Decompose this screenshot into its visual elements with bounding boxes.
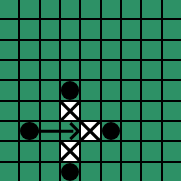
board-cell[interactable] (81, 122, 99, 140)
board-cell[interactable] (122, 41, 140, 59)
black-piece[interactable] (61, 163, 79, 181)
board-cell[interactable] (41, 102, 59, 120)
board-cell[interactable] (20, 0, 38, 18)
black-piece[interactable] (102, 122, 120, 140)
board-cell[interactable] (81, 81, 99, 99)
board-cell[interactable] (81, 142, 99, 160)
board-cell[interactable] (0, 41, 18, 59)
board-cell[interactable] (142, 61, 160, 79)
board-cell[interactable] (163, 142, 181, 160)
x-mark-icon (81, 122, 99, 140)
board-cell[interactable] (0, 102, 18, 120)
board-cell[interactable] (102, 122, 120, 140)
board-cell[interactable] (81, 41, 99, 59)
board-cell[interactable] (163, 20, 181, 38)
board-cell[interactable] (122, 163, 140, 181)
board-cell[interactable] (20, 102, 38, 120)
game-diagram (0, 0, 181, 181)
board-cell[interactable] (102, 61, 120, 79)
x-mark-icon (61, 102, 79, 120)
board-cell[interactable] (142, 41, 160, 59)
board-cell[interactable] (142, 102, 160, 120)
board-cell[interactable] (142, 163, 160, 181)
board-cell[interactable] (61, 61, 79, 79)
board-cell[interactable] (163, 163, 181, 181)
board-cell[interactable] (61, 102, 79, 120)
board-cell[interactable] (142, 0, 160, 18)
board-cell[interactable] (163, 41, 181, 59)
board-cell[interactable] (61, 0, 79, 18)
board-cell[interactable] (41, 163, 59, 181)
board-cell[interactable] (142, 142, 160, 160)
board-cell[interactable] (163, 102, 181, 120)
board-cell[interactable] (102, 81, 120, 99)
board-cell[interactable] (41, 20, 59, 38)
board-cell[interactable] (20, 163, 38, 181)
board-cell[interactable] (20, 122, 38, 140)
board-cell[interactable] (41, 122, 59, 140)
board-cell[interactable] (61, 81, 79, 99)
board-cell[interactable] (122, 81, 140, 99)
board-cell[interactable] (41, 61, 59, 79)
white-piece[interactable] (61, 102, 79, 120)
hasami-shogi-board (0, 0, 181, 181)
board-cell[interactable] (102, 20, 120, 38)
board-cell[interactable] (0, 0, 18, 18)
board-cell[interactable] (81, 0, 99, 18)
board-cell[interactable] (41, 41, 59, 59)
board-cell[interactable] (0, 61, 18, 79)
board-cell[interactable] (61, 41, 79, 59)
black-piece[interactable] (20, 122, 38, 140)
board-cell[interactable] (102, 102, 120, 120)
board-cell[interactable] (61, 20, 79, 38)
board-cell[interactable] (20, 20, 38, 38)
board-cell[interactable] (0, 81, 18, 99)
board-cell[interactable] (102, 0, 120, 18)
board-cell[interactable] (122, 0, 140, 18)
board-cell[interactable] (41, 0, 59, 18)
board-cell[interactable] (41, 81, 59, 99)
white-piece[interactable] (61, 142, 79, 160)
board-cell[interactable] (61, 122, 79, 140)
board-cell[interactable] (61, 142, 79, 160)
board-cell[interactable] (142, 122, 160, 140)
board-cell[interactable] (81, 61, 99, 79)
board-cell[interactable] (163, 81, 181, 99)
board-cell[interactable] (81, 102, 99, 120)
board-cell[interactable] (163, 61, 181, 79)
board-cell[interactable] (122, 142, 140, 160)
board-cell[interactable] (163, 0, 181, 18)
board-cell[interactable] (163, 122, 181, 140)
black-piece[interactable] (61, 81, 79, 99)
board-cell[interactable] (61, 163, 79, 181)
board-cell[interactable] (0, 122, 18, 140)
board-cell[interactable] (20, 41, 38, 59)
board-cell[interactable] (122, 102, 140, 120)
board-cell[interactable] (102, 163, 120, 181)
board-cell[interactable] (81, 20, 99, 38)
x-mark-icon (61, 142, 79, 160)
board-cell[interactable] (20, 61, 38, 79)
board-cell[interactable] (122, 122, 140, 140)
board-cell[interactable] (122, 20, 140, 38)
board-cell[interactable] (102, 142, 120, 160)
board-cell[interactable] (41, 142, 59, 160)
board-cell[interactable] (102, 41, 120, 59)
board-cell[interactable] (0, 20, 18, 38)
board-cell[interactable] (81, 163, 99, 181)
board-cell[interactable] (142, 81, 160, 99)
board-cell[interactable] (0, 163, 18, 181)
board-cell[interactable] (20, 142, 38, 160)
white-piece[interactable] (81, 122, 99, 140)
board-cell[interactable] (20, 81, 38, 99)
board-cell[interactable] (0, 142, 18, 160)
board-cell[interactable] (142, 20, 160, 38)
board-cell[interactable] (122, 61, 140, 79)
